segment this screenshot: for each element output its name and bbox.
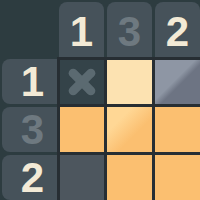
- cell-r2c3[interactable]: [155, 107, 200, 152]
- col-clue-2-label: 3: [118, 11, 141, 53]
- cell-r1c2[interactable]: [107, 60, 152, 104]
- cell-r1c1[interactable]: [60, 60, 104, 104]
- cell-r1c3[interactable]: [155, 60, 200, 104]
- cell-r2c1[interactable]: [60, 107, 104, 152]
- col-clue-3: 2: [155, 2, 200, 57]
- row-clue-2: 3: [2, 107, 57, 152]
- row-clue-3-label: 2: [21, 157, 44, 199]
- x-mark-icon: [60, 60, 104, 104]
- cell-r3c3[interactable]: [155, 155, 200, 200]
- col-clue-1: 1: [59, 2, 104, 57]
- col-clue-2: 3: [107, 2, 152, 57]
- col-clue-1-label: 1: [70, 11, 93, 53]
- nonogram-board: 1 3 2 1 3 2: [0, 0, 200, 200]
- row-clue-2-label: 3: [21, 109, 44, 151]
- row-clue-1: 1: [2, 59, 57, 104]
- cell-r3c2[interactable]: [107, 155, 152, 200]
- cell-r3c1[interactable]: [60, 155, 104, 200]
- row-clue-1-label: 1: [21, 61, 44, 103]
- col-clue-3-label: 2: [166, 11, 189, 53]
- cell-r2c2[interactable]: [107, 107, 152, 152]
- row-clue-3: 2: [2, 155, 57, 200]
